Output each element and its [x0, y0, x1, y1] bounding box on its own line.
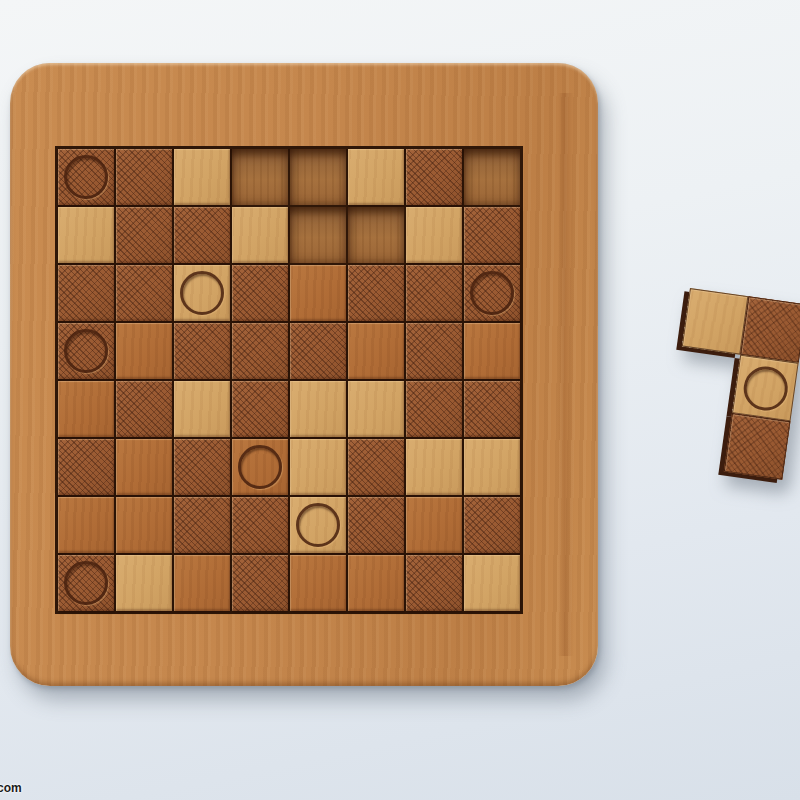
puzzle-square[interactable] — [464, 555, 520, 611]
puzzle-square[interactable] — [406, 323, 462, 379]
puzzle-square[interactable] — [116, 149, 172, 205]
puzzle-square[interactable] — [58, 439, 114, 495]
puzzle-square[interactable] — [174, 207, 230, 263]
puzzle-square[interactable] — [406, 497, 462, 553]
puzzle-square[interactable] — [58, 149, 114, 205]
puzzle-square[interactable] — [464, 439, 520, 495]
empty-tray-cell — [290, 207, 346, 263]
puzzle-square[interactable] — [406, 439, 462, 495]
puzzle-square[interactable] — [348, 265, 404, 321]
puzzle-square[interactable] — [464, 265, 520, 321]
puzzle-square[interactable] — [116, 207, 172, 263]
puzzle-square[interactable] — [406, 149, 462, 205]
empty-tray-cell — [348, 207, 404, 263]
puzzle-square[interactable] — [116, 381, 172, 437]
loose-piece-grid — [665, 288, 800, 480]
piece-square[interactable] — [732, 355, 799, 422]
loose-piece[interactable] — [690, 288, 800, 465]
engraved-circle — [64, 561, 108, 605]
puzzle-square[interactable] — [290, 381, 346, 437]
puzzle-board-tray — [10, 63, 598, 686]
puzzle-square[interactable] — [116, 439, 172, 495]
puzzle-square[interactable] — [232, 497, 288, 553]
puzzle-square[interactable] — [174, 323, 230, 379]
piece-square[interactable] — [740, 296, 800, 363]
puzzle-square[interactable] — [232, 265, 288, 321]
empty-tray-cell — [290, 149, 346, 205]
puzzle-square[interactable] — [58, 381, 114, 437]
puzzle-square[interactable] — [290, 497, 346, 553]
puzzle-square[interactable] — [406, 207, 462, 263]
piece-square[interactable] — [682, 288, 749, 355]
puzzle-square[interactable] — [58, 497, 114, 553]
puzzle-square[interactable] — [290, 439, 346, 495]
puzzle-square[interactable] — [348, 323, 404, 379]
puzzle-square[interactable] — [174, 381, 230, 437]
engraved-circle — [180, 271, 224, 315]
puzzle-square[interactable] — [348, 381, 404, 437]
puzzle-square[interactable] — [406, 555, 462, 611]
puzzle-square[interactable] — [116, 497, 172, 553]
puzzle-square[interactable] — [464, 207, 520, 263]
puzzle-square[interactable] — [232, 207, 288, 263]
puzzle-square[interactable] — [232, 555, 288, 611]
puzzle-square[interactable] — [174, 265, 230, 321]
puzzle-square[interactable] — [464, 323, 520, 379]
engraved-circle — [296, 503, 340, 547]
puzzle-square[interactable] — [348, 497, 404, 553]
puzzle-square[interactable] — [174, 439, 230, 495]
puzzle-square[interactable] — [58, 207, 114, 263]
puzzle-square[interactable] — [348, 439, 404, 495]
board-grid — [55, 146, 523, 614]
piece-square[interactable] — [724, 413, 791, 480]
puzzle-square[interactable] — [406, 265, 462, 321]
puzzle-square[interactable] — [290, 265, 346, 321]
puzzle-square[interactable] — [406, 381, 462, 437]
puzzle-square[interactable] — [174, 497, 230, 553]
empty-tray-cell — [464, 149, 520, 205]
puzzle-square[interactable] — [464, 381, 520, 437]
puzzle-square[interactable] — [464, 497, 520, 553]
puzzle-square[interactable] — [290, 323, 346, 379]
puzzle-square[interactable] — [232, 323, 288, 379]
puzzle-square[interactable] — [58, 323, 114, 379]
engraved-circle — [740, 363, 790, 413]
puzzle-square[interactable] — [116, 265, 172, 321]
puzzle-square[interactable] — [116, 555, 172, 611]
watermark-text: com — [0, 781, 22, 795]
engraved-circle — [470, 271, 514, 315]
puzzle-square[interactable] — [348, 555, 404, 611]
engraved-circle — [64, 329, 108, 373]
puzzle-square[interactable] — [174, 149, 230, 205]
puzzle-square[interactable] — [232, 381, 288, 437]
puzzle-square[interactable] — [348, 149, 404, 205]
engraved-circle — [238, 445, 282, 489]
puzzle-square[interactable] — [290, 555, 346, 611]
puzzle-square[interactable] — [58, 555, 114, 611]
puzzle-square[interactable] — [232, 439, 288, 495]
puzzle-square[interactable] — [116, 323, 172, 379]
puzzle-square[interactable] — [58, 265, 114, 321]
engraved-circle — [64, 155, 108, 199]
empty-tray-cell — [232, 149, 288, 205]
puzzle-square[interactable] — [174, 555, 230, 611]
